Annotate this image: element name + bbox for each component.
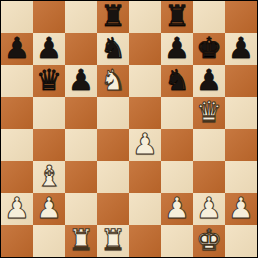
square-e1[interactable] <box>129 225 161 257</box>
square-c1[interactable]: ♜ <box>65 225 97 257</box>
square-f7[interactable]: ♟ <box>161 33 193 65</box>
square-b5[interactable] <box>33 97 65 129</box>
black-pawn: ♟ <box>68 64 94 96</box>
square-c8[interactable] <box>65 1 97 33</box>
black-queen: ♛ <box>36 64 62 96</box>
square-f5[interactable] <box>161 97 193 129</box>
black-rook: ♜ <box>164 0 190 32</box>
square-b4[interactable] <box>33 129 65 161</box>
square-g2[interactable]: ♟ <box>193 193 225 225</box>
square-g3[interactable] <box>193 161 225 193</box>
square-f8[interactable]: ♜ <box>161 1 193 33</box>
square-a1[interactable] <box>1 225 33 257</box>
square-c6[interactable]: ♟ <box>65 65 97 97</box>
square-d6[interactable]: ♞ <box>97 65 129 97</box>
white-pawn: ♟ <box>228 192 254 224</box>
square-f6[interactable]: ♞ <box>161 65 193 97</box>
black-knight: ♞ <box>100 32 126 64</box>
square-b1[interactable] <box>33 225 65 257</box>
square-d4[interactable] <box>97 129 129 161</box>
square-c5[interactable] <box>65 97 97 129</box>
black-pawn: ♟ <box>228 32 254 64</box>
black-pawn: ♟ <box>4 32 30 64</box>
square-f2[interactable]: ♟ <box>161 193 193 225</box>
white-pawn: ♟ <box>36 192 62 224</box>
square-a3[interactable] <box>1 161 33 193</box>
black-knight: ♞ <box>164 64 190 96</box>
square-g5[interactable]: ♛ <box>193 97 225 129</box>
square-f1[interactable] <box>161 225 193 257</box>
square-c4[interactable] <box>65 129 97 161</box>
square-e6[interactable] <box>129 65 161 97</box>
square-a4[interactable] <box>1 129 33 161</box>
chess-board: ♜♜♟♟♞♟♚♟♛♟♞♞♟♛♟♝♟♟♟♟♟♜♜♚ <box>0 0 258 258</box>
white-rook: ♜ <box>100 224 126 256</box>
square-a5[interactable] <box>1 97 33 129</box>
white-knight: ♞ <box>100 64 126 96</box>
black-pawn: ♟ <box>36 32 62 64</box>
square-g8[interactable] <box>193 1 225 33</box>
white-bishop: ♝ <box>36 160 62 192</box>
square-a7[interactable]: ♟ <box>1 33 33 65</box>
square-g4[interactable] <box>193 129 225 161</box>
square-c2[interactable] <box>65 193 97 225</box>
square-h2[interactable]: ♟ <box>225 193 257 225</box>
square-e5[interactable] <box>129 97 161 129</box>
square-e7[interactable] <box>129 33 161 65</box>
square-g7[interactable]: ♚ <box>193 33 225 65</box>
square-e4[interactable]: ♟ <box>129 129 161 161</box>
white-pawn: ♟ <box>132 128 158 160</box>
square-e2[interactable] <box>129 193 161 225</box>
square-b3[interactable]: ♝ <box>33 161 65 193</box>
square-a8[interactable] <box>1 1 33 33</box>
square-d7[interactable]: ♞ <box>97 33 129 65</box>
square-a6[interactable] <box>1 65 33 97</box>
square-d2[interactable] <box>97 193 129 225</box>
square-b2[interactable]: ♟ <box>33 193 65 225</box>
square-d1[interactable]: ♜ <box>97 225 129 257</box>
square-b8[interactable] <box>33 1 65 33</box>
square-a2[interactable]: ♟ <box>1 193 33 225</box>
square-d3[interactable] <box>97 161 129 193</box>
square-h5[interactable] <box>225 97 257 129</box>
chess-board-frame: ♜♜♟♟♞♟♚♟♛♟♞♞♟♛♟♝♟♟♟♟♟♜♜♚ <box>0 0 258 258</box>
square-e8[interactable] <box>129 1 161 33</box>
white-pawn: ♟ <box>164 192 190 224</box>
square-d8[interactable]: ♜ <box>97 1 129 33</box>
square-b6[interactable]: ♛ <box>33 65 65 97</box>
square-h6[interactable] <box>225 65 257 97</box>
square-g1[interactable]: ♚ <box>193 225 225 257</box>
white-king: ♚ <box>196 224 222 256</box>
black-king: ♚ <box>196 32 222 64</box>
square-f3[interactable] <box>161 161 193 193</box>
square-b7[interactable]: ♟ <box>33 33 65 65</box>
square-h7[interactable]: ♟ <box>225 33 257 65</box>
black-pawn: ♟ <box>164 32 190 64</box>
square-h3[interactable] <box>225 161 257 193</box>
white-pawn: ♟ <box>4 192 30 224</box>
square-e3[interactable] <box>129 161 161 193</box>
square-h4[interactable] <box>225 129 257 161</box>
white-queen: ♛ <box>196 96 222 128</box>
square-h1[interactable] <box>225 225 257 257</box>
white-pawn: ♟ <box>196 192 222 224</box>
square-g6[interactable]: ♟ <box>193 65 225 97</box>
square-h8[interactable] <box>225 1 257 33</box>
square-d5[interactable] <box>97 97 129 129</box>
square-c3[interactable] <box>65 161 97 193</box>
square-f4[interactable] <box>161 129 193 161</box>
square-c7[interactable] <box>65 33 97 65</box>
black-pawn: ♟ <box>196 64 222 96</box>
white-rook: ♜ <box>68 224 94 256</box>
black-rook: ♜ <box>100 0 126 32</box>
